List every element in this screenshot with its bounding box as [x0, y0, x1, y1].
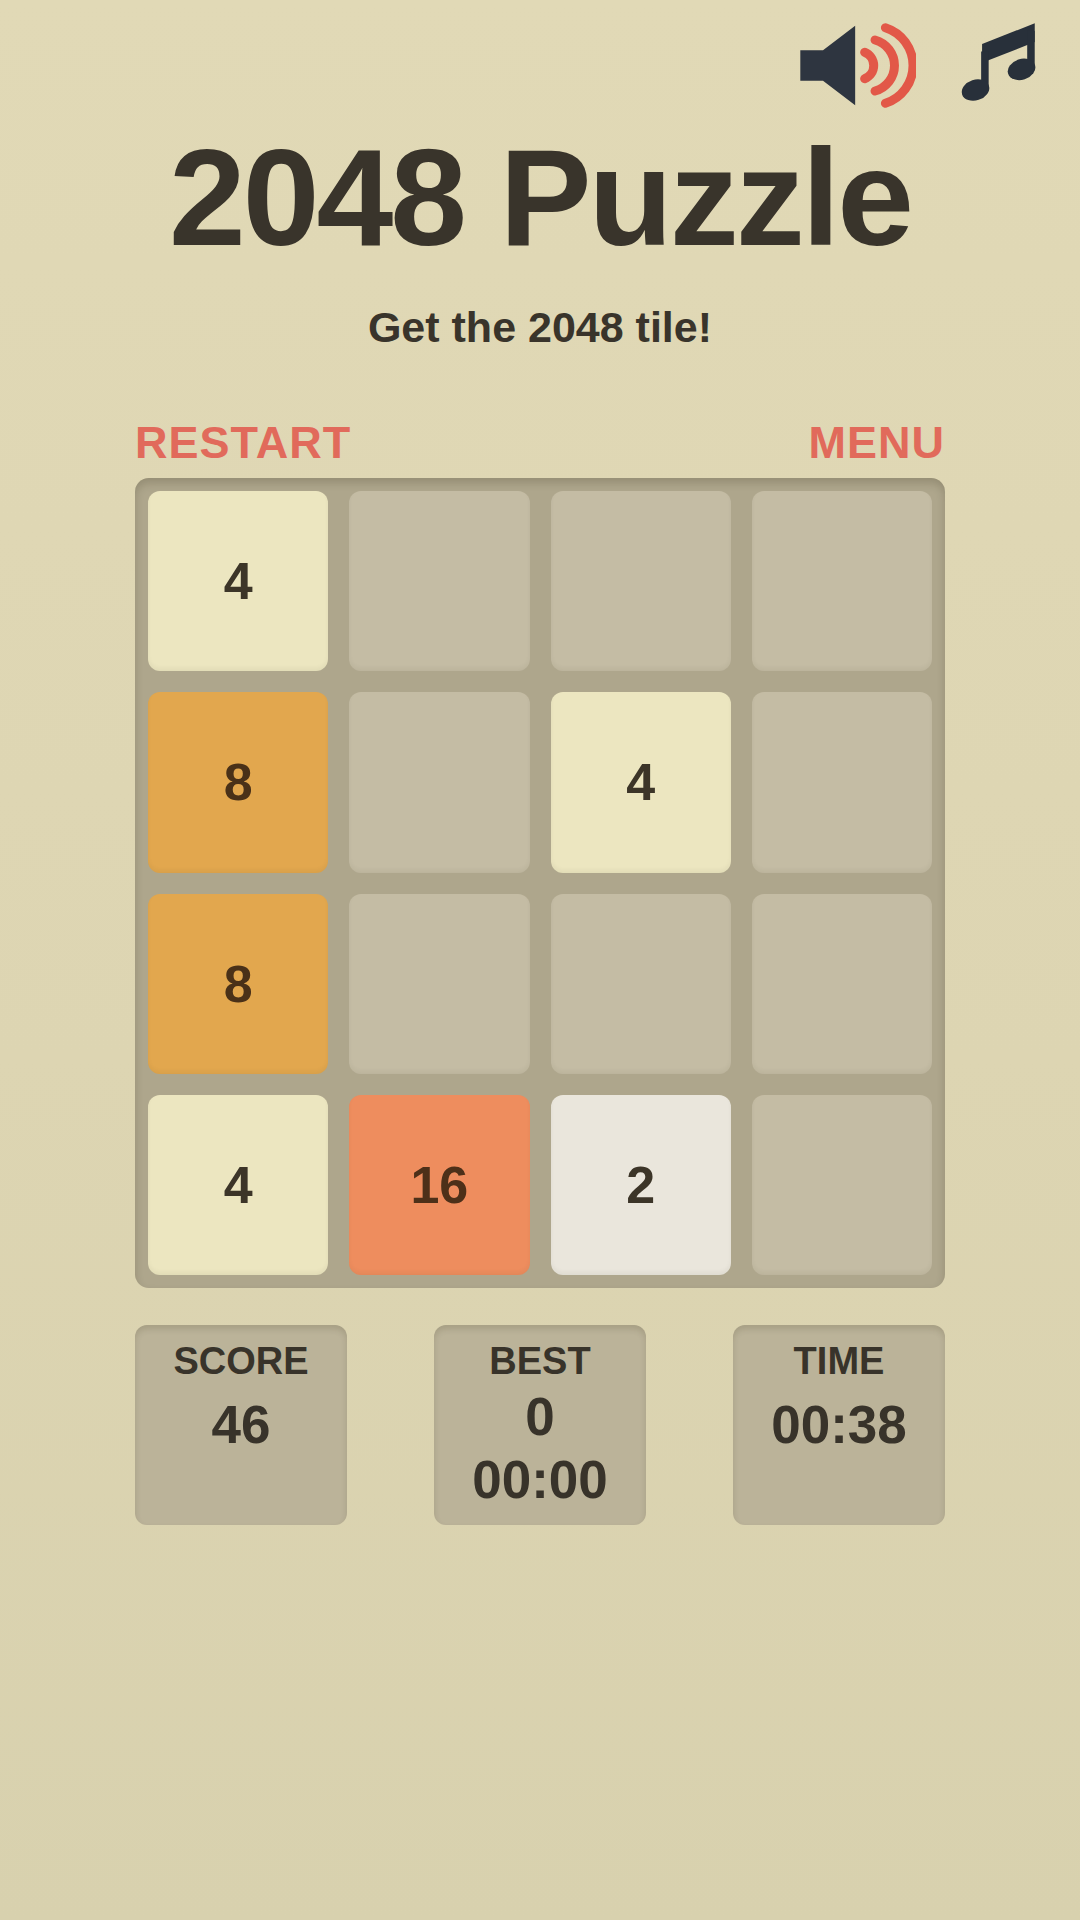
score-box: SCORE 46	[135, 1325, 347, 1525]
best-label: BEST	[434, 1341, 646, 1383]
empty-cell	[752, 1095, 932, 1275]
game-board[interactable]: 48484162	[135, 478, 945, 1288]
tile-4: 4	[148, 1095, 328, 1275]
score-value: 46	[135, 1395, 347, 1454]
button-row: RESTART MENU	[135, 420, 945, 465]
score-label: SCORE	[135, 1341, 347, 1383]
tile-8: 8	[148, 692, 328, 872]
top-icon-bar	[800, 12, 1046, 113]
empty-cell	[349, 894, 529, 1074]
tile-4: 4	[148, 491, 328, 671]
empty-cell	[752, 491, 932, 671]
empty-cell	[551, 491, 731, 671]
best-value: 0	[434, 1387, 646, 1446]
scoreboard: SCORE 46 BEST 0 00:00 TIME 00:38	[135, 1325, 945, 1525]
time-box: TIME 00:38	[733, 1325, 945, 1525]
empty-cell	[752, 894, 932, 1074]
music-note-icon	[952, 12, 1046, 106]
speaker-icon	[800, 22, 916, 109]
page-title: 2048 Puzzle	[0, 128, 1080, 266]
page-subtitle: Get the 2048 tile!	[0, 306, 1080, 349]
tile-16: 16	[349, 1095, 529, 1275]
empty-cell	[349, 491, 529, 671]
time-label: TIME	[733, 1341, 945, 1383]
empty-cell	[349, 692, 529, 872]
music-toggle-button[interactable]	[952, 12, 1046, 110]
sound-toggle-button[interactable]	[800, 22, 916, 113]
restart-button[interactable]: RESTART	[135, 420, 351, 465]
empty-cell	[551, 894, 731, 1074]
menu-button[interactable]: MENU	[809, 420, 946, 465]
empty-cell	[752, 692, 932, 872]
best-time: 00:00	[434, 1450, 646, 1509]
tile-4: 4	[551, 692, 731, 872]
best-box: BEST 0 00:00	[434, 1325, 646, 1525]
time-value: 00:38	[733, 1395, 945, 1454]
tile-8: 8	[148, 894, 328, 1074]
tile-2: 2	[551, 1095, 731, 1275]
